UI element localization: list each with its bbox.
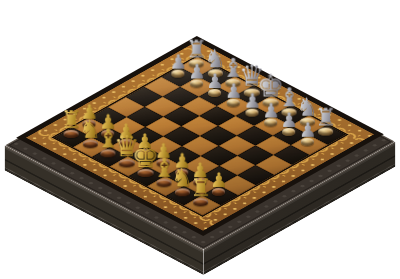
piece-glyph: ♟ [210, 171, 228, 190]
piece-glyph: ♜ [315, 107, 337, 130]
piece-glyph: ♟ [207, 72, 225, 91]
leather-board: ♜♞♝♛♚♝♞♜♟♟♟♟♟♟♟♟♟♟♟♟♟♟♟♟♜♞♝♛♚♝♞♜ [16, 36, 384, 236]
piece-glyph: ♜ [190, 177, 212, 200]
piece-glyph: ♟ [281, 111, 299, 130]
piece-glyph: ♟ [188, 62, 206, 81]
board-square [255, 135, 291, 155]
piece-glyph: ♟ [169, 52, 187, 71]
piece-glyph: ♟ [244, 91, 262, 110]
piece-glyph: ♟ [225, 82, 243, 101]
chess-set-photo: ♜♞♝♛♚♝♞♜♟♟♟♟♟♟♟♟♟♟♟♟♟♟♟♟♜♞♝♛♚♝♞♜ [0, 0, 400, 279]
piece-glyph: ♟ [262, 101, 280, 120]
piece-glyph: ♟ [299, 121, 317, 140]
